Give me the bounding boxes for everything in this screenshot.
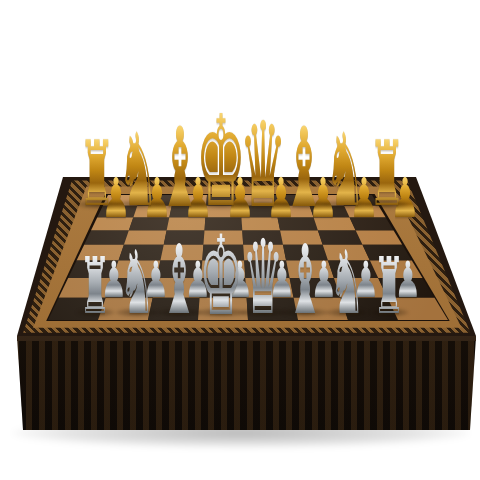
gold-knight[interactable]: ♞ [118, 120, 159, 221]
gold-queen[interactable]: ♛ [239, 106, 287, 224]
gold-bishop[interactable]: ♝ [282, 113, 326, 223]
silver-rook[interactable]: ♜ [79, 247, 110, 325]
silver-bishop[interactable]: ♝ [286, 232, 325, 328]
pieces-layer: ♟♟♟♟♟♟♟♟♜♞♝♚♛♝♞♜♟♟♟♟♟♟♟♟♜♞♝♚♛♝♞♜ [0, 0, 480, 480]
silver-knight[interactable]: ♞ [329, 239, 365, 327]
chess-set-product-photo: ♟♟♟♟♟♟♟♟♜♞♝♚♛♝♞♜♟♟♟♟♟♟♟♟♜♞♝♚♛♝♞♜ [0, 0, 480, 480]
gold-rook[interactable]: ♜ [79, 129, 115, 219]
silver-rook[interactable]: ♜ [373, 247, 404, 325]
gold-knight[interactable]: ♞ [325, 120, 366, 221]
silver-king[interactable]: ♚ [199, 221, 243, 331]
gold-rook[interactable]: ♜ [369, 129, 405, 219]
silver-knight[interactable]: ♞ [119, 239, 155, 327]
silver-queen[interactable]: ♛ [242, 226, 284, 329]
silver-bishop[interactable]: ♝ [160, 232, 199, 328]
